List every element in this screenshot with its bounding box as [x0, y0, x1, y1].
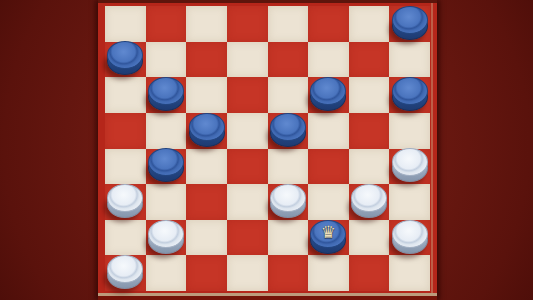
square-d5[interactable] [227, 113, 268, 149]
square-h2[interactable] [389, 220, 430, 256]
board-frame-bottom-edge [98, 296, 437, 300]
piece-face: ♛ [310, 220, 346, 248]
king-crown-icon: ♛ [321, 224, 336, 241]
piece-face [270, 113, 306, 141]
square-d6[interactable] [227, 77, 268, 113]
piece-face [189, 113, 225, 141]
square-c5[interactable] [186, 113, 227, 149]
square-f8[interactable] [308, 6, 349, 42]
square-a8[interactable] [105, 6, 146, 42]
square-e1[interactable] [268, 255, 309, 291]
square-d7[interactable] [227, 42, 268, 78]
square-c4[interactable] [186, 149, 227, 185]
square-e8[interactable] [268, 6, 309, 42]
white-man[interactable] [107, 184, 143, 218]
square-c8[interactable] [186, 6, 227, 42]
square-h3[interactable] [389, 184, 430, 220]
blue-man[interactable] [310, 77, 346, 111]
square-b3[interactable] [146, 184, 187, 220]
white-man[interactable] [148, 220, 184, 254]
square-a1[interactable] [105, 255, 146, 291]
white-man[interactable] [270, 184, 306, 218]
square-b5[interactable] [146, 113, 187, 149]
square-b1[interactable] [146, 255, 187, 291]
board-grid: ♛ [105, 6, 430, 291]
square-h6[interactable] [389, 77, 430, 113]
piece-face [107, 255, 143, 283]
white-man[interactable] [392, 148, 428, 182]
blue-man[interactable] [148, 77, 184, 111]
square-c6[interactable] [186, 77, 227, 113]
square-e7[interactable] [268, 42, 309, 78]
square-d8[interactable] [227, 6, 268, 42]
square-b7[interactable] [146, 42, 187, 78]
square-b2[interactable] [146, 220, 187, 256]
piece-face [107, 41, 143, 69]
piece-face [148, 220, 184, 248]
square-e4[interactable] [268, 149, 309, 185]
blue-man[interactable] [270, 113, 306, 147]
square-g4[interactable] [349, 149, 390, 185]
square-e6[interactable] [268, 77, 309, 113]
square-b8[interactable] [146, 6, 187, 42]
piece-face [392, 6, 428, 34]
square-d3[interactable] [227, 184, 268, 220]
square-c3[interactable] [186, 184, 227, 220]
blue-man[interactable] [189, 113, 225, 147]
piece-face [270, 184, 306, 212]
board-frame-right-accent [431, 3, 433, 293]
white-man[interactable] [107, 255, 143, 289]
square-a4[interactable] [105, 149, 146, 185]
piece-face [148, 77, 184, 105]
square-b6[interactable] [146, 77, 187, 113]
square-d4[interactable] [227, 149, 268, 185]
piece-face [107, 184, 143, 212]
square-h5[interactable] [389, 113, 430, 149]
square-g1[interactable] [349, 255, 390, 291]
square-f7[interactable] [308, 42, 349, 78]
square-g7[interactable] [349, 42, 390, 78]
square-a7[interactable] [105, 42, 146, 78]
square-e3[interactable] [268, 184, 309, 220]
board-frame-top-edge [98, 0, 437, 3]
square-g5[interactable] [349, 113, 390, 149]
blue-man[interactable] [107, 41, 143, 75]
square-g8[interactable] [349, 6, 390, 42]
piece-face [351, 184, 387, 212]
app-background: { "game": "checkers (english draughts, 8… [0, 0, 533, 300]
square-d2[interactable] [227, 220, 268, 256]
square-c1[interactable] [186, 255, 227, 291]
square-g2[interactable] [349, 220, 390, 256]
square-h4[interactable] [389, 149, 430, 185]
square-f4[interactable] [308, 149, 349, 185]
square-f1[interactable] [308, 255, 349, 291]
piece-face [392, 148, 428, 176]
square-f6[interactable] [308, 77, 349, 113]
square-f3[interactable] [308, 184, 349, 220]
blue-man[interactable] [392, 6, 428, 40]
piece-face [392, 77, 428, 105]
square-g6[interactable] [349, 77, 390, 113]
square-g3[interactable] [349, 184, 390, 220]
checkers-board: ♛ [98, 0, 437, 300]
square-h1[interactable] [389, 255, 430, 291]
square-f2[interactable]: ♛ [308, 220, 349, 256]
square-e5[interactable] [268, 113, 309, 149]
square-f5[interactable] [308, 113, 349, 149]
square-c2[interactable] [186, 220, 227, 256]
square-h8[interactable] [389, 6, 430, 42]
square-a3[interactable] [105, 184, 146, 220]
piece-face [310, 77, 346, 105]
white-man[interactable] [392, 220, 428, 254]
square-d1[interactable] [227, 255, 268, 291]
white-man[interactable] [351, 184, 387, 218]
blue-man[interactable] [392, 77, 428, 111]
square-e2[interactable] [268, 220, 309, 256]
square-a2[interactable] [105, 220, 146, 256]
square-a5[interactable] [105, 113, 146, 149]
blue-man[interactable] [148, 148, 184, 182]
square-a6[interactable] [105, 77, 146, 113]
square-h7[interactable] [389, 42, 430, 78]
square-c7[interactable] [186, 42, 227, 78]
piece-face [148, 148, 184, 176]
square-b4[interactable] [146, 149, 187, 185]
blue-king[interactable]: ♛ [310, 220, 346, 254]
piece-face [392, 220, 428, 248]
